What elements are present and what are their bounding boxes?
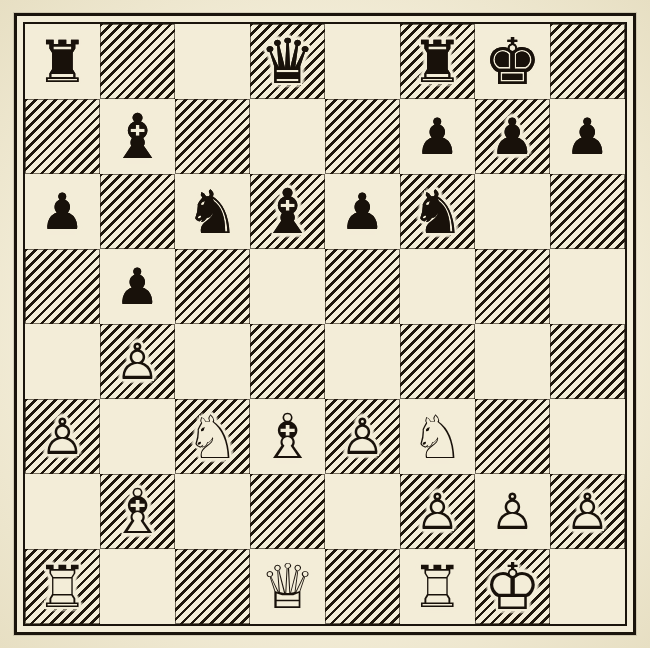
black-king-g8: ♚♚ <box>475 24 550 99</box>
black-pawn-icon: ♟ <box>325 174 400 249</box>
black-pawn-icon: ♟ <box>475 99 550 174</box>
white-pawn-icon: ♙ <box>400 474 475 549</box>
white-pawn-icon: ♙ <box>25 399 100 474</box>
black-pawn-e6: ♟♟ <box>325 174 400 249</box>
square-f8: ♜♜ <box>400 24 475 99</box>
square-d1: ♛♕ <box>250 549 325 624</box>
square-d5 <box>250 249 325 324</box>
square-f2: ♟♙ <box>400 474 475 549</box>
square-a3: ♟♙ <box>25 399 100 474</box>
black-pawn-icon: ♟ <box>100 249 175 324</box>
square-a7 <box>25 99 100 174</box>
white-rook-icon: ♖ <box>25 549 100 624</box>
square-b8 <box>100 24 175 99</box>
black-pawn-f7: ♟♟ <box>400 99 475 174</box>
square-g7: ♟♟ <box>475 99 550 174</box>
square-g5 <box>475 249 550 324</box>
black-bishop-icon: ♝ <box>100 99 175 174</box>
black-pawn-icon: ♟ <box>25 174 100 249</box>
square-c5 <box>175 249 250 324</box>
diagram-page: ♜♜♛♛♜♜♚♚♝♝♟♟♟♟♟♟♟♟♞♞♝♝♟♟♞♞♟♟♟♙♟♙♞♘♝♗♟♙♞♘… <box>0 0 650 648</box>
square-a4 <box>25 324 100 399</box>
square-b6 <box>100 174 175 249</box>
black-queen-icon: ♛ <box>250 24 325 99</box>
square-c7 <box>175 99 250 174</box>
square-b4: ♟♙ <box>100 324 175 399</box>
square-c6: ♞♞ <box>175 174 250 249</box>
black-bishop-d6: ♝♝ <box>250 174 325 249</box>
square-e4 <box>325 324 400 399</box>
white-knight-icon: ♘ <box>175 399 250 474</box>
white-king-g1: ♚♔ <box>475 549 550 624</box>
square-f3: ♞♘ <box>400 399 475 474</box>
square-f7: ♟♟ <box>400 99 475 174</box>
white-queen-icon: ♕ <box>250 549 325 624</box>
black-knight-icon: ♞ <box>175 174 250 249</box>
square-g4 <box>475 324 550 399</box>
square-e3: ♟♙ <box>325 399 400 474</box>
board-outer-border: ♜♜♛♛♜♜♚♚♝♝♟♟♟♟♟♟♟♟♞♞♝♝♟♟♞♞♟♟♟♙♟♙♞♘♝♗♟♙♞♘… <box>14 13 636 635</box>
square-f6: ♞♞ <box>400 174 475 249</box>
white-knight-f3: ♞♘ <box>400 399 475 474</box>
square-g3 <box>475 399 550 474</box>
white-pawn-a3: ♟♙ <box>25 399 100 474</box>
square-e5 <box>325 249 400 324</box>
black-rook-icon: ♜ <box>400 24 475 99</box>
white-rook-f1: ♜♖ <box>400 549 475 624</box>
square-g1: ♚♔ <box>475 549 550 624</box>
square-a1: ♜♖ <box>25 549 100 624</box>
square-e7 <box>325 99 400 174</box>
black-rook-f8: ♜♜ <box>400 24 475 99</box>
white-bishop-icon: ♗ <box>250 399 325 474</box>
square-a6: ♟♟ <box>25 174 100 249</box>
black-rook-a8: ♜♜ <box>25 24 100 99</box>
white-bishop-icon: ♗ <box>100 474 175 549</box>
black-pawn-b5: ♟♟ <box>100 249 175 324</box>
black-queen-d8: ♛♛ <box>250 24 325 99</box>
square-f4 <box>400 324 475 399</box>
white-bishop-b2: ♝♗ <box>100 474 175 549</box>
square-h3 <box>550 399 625 474</box>
square-h7: ♟♟ <box>550 99 625 174</box>
square-b2: ♝♗ <box>100 474 175 549</box>
square-d2 <box>250 474 325 549</box>
square-f5 <box>400 249 475 324</box>
square-e2 <box>325 474 400 549</box>
white-queen-d1: ♛♕ <box>250 549 325 624</box>
black-pawn-icon: ♟ <box>400 99 475 174</box>
square-a5 <box>25 249 100 324</box>
square-g8: ♚♚ <box>475 24 550 99</box>
square-h6 <box>550 174 625 249</box>
black-pawn-a6: ♟♟ <box>25 174 100 249</box>
white-pawn-icon: ♙ <box>325 399 400 474</box>
square-d8: ♛♛ <box>250 24 325 99</box>
black-bishop-b7: ♝♝ <box>100 99 175 174</box>
square-b1 <box>100 549 175 624</box>
white-rook-a1: ♜♖ <box>25 549 100 624</box>
square-a8: ♜♜ <box>25 24 100 99</box>
white-pawn-f2: ♟♙ <box>400 474 475 549</box>
black-pawn-icon: ♟ <box>550 99 625 174</box>
square-h8 <box>550 24 625 99</box>
black-knight-icon: ♞ <box>400 174 475 249</box>
square-h2: ♟♙ <box>550 474 625 549</box>
square-h1 <box>550 549 625 624</box>
square-c2 <box>175 474 250 549</box>
square-b3 <box>100 399 175 474</box>
square-b7: ♝♝ <box>100 99 175 174</box>
square-d6: ♝♝ <box>250 174 325 249</box>
square-c8 <box>175 24 250 99</box>
square-g2: ♟♙ <box>475 474 550 549</box>
white-pawn-b4: ♟♙ <box>100 324 175 399</box>
white-pawn-icon: ♙ <box>100 324 175 399</box>
white-pawn-h2: ♟♙ <box>550 474 625 549</box>
square-c4 <box>175 324 250 399</box>
black-knight-c6: ♞♞ <box>175 174 250 249</box>
square-f1: ♜♖ <box>400 549 475 624</box>
white-pawn-e3: ♟♙ <box>325 399 400 474</box>
square-h4 <box>550 324 625 399</box>
white-knight-icon: ♘ <box>400 399 475 474</box>
white-knight-c3: ♞♘ <box>175 399 250 474</box>
square-d3: ♝♗ <box>250 399 325 474</box>
white-pawn-icon: ♙ <box>475 474 550 549</box>
square-d7 <box>250 99 325 174</box>
black-rook-icon: ♜ <box>25 24 100 99</box>
square-e1 <box>325 549 400 624</box>
board-inner-border: ♜♜♛♛♜♜♚♚♝♝♟♟♟♟♟♟♟♟♞♞♝♝♟♟♞♞♟♟♟♙♟♙♞♘♝♗♟♙♞♘… <box>23 22 627 626</box>
square-e8 <box>325 24 400 99</box>
white-rook-icon: ♖ <box>400 549 475 624</box>
square-c1 <box>175 549 250 624</box>
white-pawn-icon: ♙ <box>550 474 625 549</box>
square-d4 <box>250 324 325 399</box>
black-pawn-g7: ♟♟ <box>475 99 550 174</box>
white-king-icon: ♔ <box>475 549 550 624</box>
white-pawn-g2: ♟♙ <box>475 474 550 549</box>
square-h5 <box>550 249 625 324</box>
black-pawn-h7: ♟♟ <box>550 99 625 174</box>
square-c3: ♞♘ <box>175 399 250 474</box>
black-bishop-icon: ♝ <box>250 174 325 249</box>
chess-board: ♜♜♛♛♜♜♚♚♝♝♟♟♟♟♟♟♟♟♞♞♝♝♟♟♞♞♟♟♟♙♟♙♞♘♝♗♟♙♞♘… <box>25 24 625 624</box>
square-g6 <box>475 174 550 249</box>
square-b5: ♟♟ <box>100 249 175 324</box>
square-a2 <box>25 474 100 549</box>
black-knight-f6: ♞♞ <box>400 174 475 249</box>
square-e6: ♟♟ <box>325 174 400 249</box>
black-king-icon: ♚ <box>475 24 550 99</box>
white-bishop-d3: ♝♗ <box>250 399 325 474</box>
